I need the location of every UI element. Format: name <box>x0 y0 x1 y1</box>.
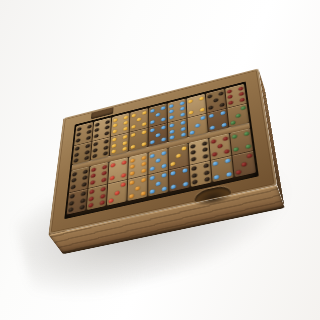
pip <box>227 95 232 99</box>
pip <box>220 111 225 116</box>
pip <box>227 89 232 93</box>
pip <box>218 91 223 95</box>
domino-tile <box>209 133 233 182</box>
pip <box>224 149 229 154</box>
pip <box>100 200 105 205</box>
pip <box>226 172 232 177</box>
pip <box>87 124 92 128</box>
pip <box>190 144 195 149</box>
pip <box>88 203 93 208</box>
domino-tile <box>225 84 249 127</box>
pip <box>200 116 205 121</box>
pip <box>112 137 117 142</box>
pip <box>209 114 214 119</box>
pip <box>192 173 197 178</box>
pip <box>169 123 174 128</box>
pip <box>189 110 194 115</box>
pip <box>170 161 175 166</box>
pip <box>75 147 80 152</box>
pip <box>103 151 108 156</box>
pip <box>141 155 146 160</box>
tile-half <box>127 174 147 201</box>
pip <box>156 158 161 163</box>
tile-half <box>148 148 168 174</box>
pip <box>150 166 155 171</box>
pip <box>121 173 126 178</box>
pip <box>210 126 215 131</box>
tile-half <box>187 113 207 138</box>
pip <box>87 130 92 134</box>
pip <box>130 171 135 176</box>
pip <box>241 106 246 111</box>
tile-half <box>230 128 253 154</box>
pip <box>241 162 247 167</box>
pip <box>150 176 155 181</box>
pip <box>170 129 175 134</box>
pip <box>244 131 250 136</box>
pip <box>101 177 106 182</box>
pip <box>115 190 120 195</box>
pip <box>176 154 181 159</box>
pip <box>142 110 146 114</box>
pip <box>150 189 155 194</box>
pip <box>233 147 239 152</box>
pip <box>72 172 77 177</box>
pip <box>156 181 161 186</box>
tile-half <box>168 143 188 169</box>
pip <box>82 175 87 180</box>
domino-tile <box>129 108 148 151</box>
domino-tile <box>87 162 109 210</box>
tile-half <box>211 155 234 182</box>
tile-half <box>227 103 249 128</box>
pip <box>180 112 185 117</box>
pip <box>161 106 166 110</box>
pip <box>122 147 127 152</box>
pip <box>162 187 167 192</box>
tile-half <box>207 108 228 133</box>
pip <box>82 182 87 187</box>
pip <box>161 151 166 156</box>
pip <box>182 168 187 173</box>
pip <box>235 113 240 118</box>
pip <box>112 129 117 133</box>
pip <box>195 123 200 128</box>
pip <box>123 126 128 130</box>
domino-tile <box>168 99 188 142</box>
pip <box>183 182 188 187</box>
pip <box>225 158 231 163</box>
pip <box>69 201 74 206</box>
domino-tile <box>187 94 208 137</box>
tile-half <box>189 138 210 164</box>
pip <box>156 113 161 117</box>
pip <box>101 187 106 192</box>
pip <box>181 133 186 138</box>
pip <box>161 125 166 130</box>
pip <box>245 144 251 149</box>
pip <box>76 132 81 136</box>
pip <box>131 133 136 138</box>
pip <box>207 94 212 98</box>
pip <box>182 146 187 151</box>
pip <box>150 128 155 133</box>
pip <box>180 107 185 111</box>
pip <box>93 142 98 147</box>
pip <box>141 191 146 196</box>
pip <box>100 194 105 199</box>
tile-half <box>209 133 231 159</box>
pip <box>89 189 94 194</box>
pip <box>202 141 207 146</box>
pip <box>131 113 136 117</box>
domino-tile <box>148 148 168 197</box>
pip <box>111 149 116 154</box>
pip <box>142 142 147 147</box>
pip <box>108 198 113 203</box>
pip <box>190 130 195 135</box>
pip <box>142 122 147 126</box>
domino-tile <box>168 143 189 192</box>
pip <box>130 158 135 163</box>
pip <box>217 144 222 149</box>
pip <box>232 134 237 139</box>
product-photo-stage <box>0 0 320 320</box>
pip <box>80 198 85 203</box>
domino-row-back <box>70 83 251 165</box>
pip <box>74 152 79 157</box>
pip <box>91 167 96 172</box>
pip <box>105 125 110 129</box>
pip <box>94 134 99 138</box>
pip <box>169 109 174 113</box>
pip <box>71 184 76 189</box>
pip <box>170 135 175 140</box>
pip <box>214 175 220 180</box>
pip <box>141 162 146 167</box>
pip <box>247 153 253 158</box>
pip <box>124 115 129 119</box>
pip <box>212 152 217 157</box>
pip <box>121 182 126 187</box>
pip <box>89 196 94 201</box>
pip <box>77 127 82 131</box>
domino-box <box>49 68 278 234</box>
pip <box>94 128 99 132</box>
pip <box>102 165 107 170</box>
pip <box>122 160 127 165</box>
tile-half <box>107 179 127 206</box>
pip <box>76 138 81 142</box>
pip <box>122 141 127 146</box>
pip <box>204 163 209 168</box>
pip <box>228 100 233 105</box>
pip <box>123 121 128 125</box>
pip <box>80 205 85 210</box>
domino-tile <box>67 166 90 214</box>
pip <box>156 133 161 138</box>
tile-half <box>69 166 89 192</box>
pip <box>191 150 196 155</box>
pip <box>141 178 146 183</box>
pip <box>191 157 196 162</box>
pip <box>200 107 205 112</box>
pip <box>110 175 115 180</box>
pip <box>239 92 244 96</box>
pip <box>223 136 228 141</box>
pip <box>85 144 90 149</box>
pip <box>129 194 134 199</box>
tile-half <box>67 188 88 215</box>
pip <box>135 186 140 191</box>
pip <box>70 194 75 199</box>
pip <box>191 166 196 171</box>
pip <box>71 178 76 183</box>
pip <box>112 143 117 148</box>
pip <box>238 86 243 90</box>
pip <box>91 174 96 179</box>
pip <box>162 173 167 178</box>
pip <box>104 131 109 135</box>
pip <box>141 168 146 173</box>
pip <box>150 108 154 112</box>
pip <box>170 171 175 176</box>
tile-half <box>108 157 128 183</box>
pip <box>204 170 209 175</box>
pip <box>199 96 204 100</box>
pip <box>92 154 97 159</box>
pip <box>203 154 208 159</box>
pip <box>236 170 242 175</box>
pip <box>181 127 186 132</box>
tile-half <box>148 169 168 196</box>
pip <box>204 177 209 182</box>
pip <box>150 140 155 145</box>
pip <box>123 135 128 140</box>
pip <box>113 123 118 127</box>
pip <box>188 99 193 103</box>
tile-half <box>168 117 188 141</box>
domino-tile <box>107 157 128 205</box>
domino-tile <box>91 117 111 160</box>
domino-tile <box>189 138 212 187</box>
pip <box>90 180 95 185</box>
tile-half <box>89 162 109 188</box>
pip <box>150 153 155 158</box>
pip <box>131 145 136 150</box>
pip <box>169 104 174 108</box>
tile-half <box>87 183 108 210</box>
pip <box>208 105 213 110</box>
pip <box>104 139 109 144</box>
domino-tile <box>127 153 147 202</box>
pip <box>169 115 174 119</box>
pip <box>181 121 186 126</box>
pip <box>81 191 86 196</box>
pip <box>85 150 90 155</box>
domino-tile <box>149 103 168 146</box>
pip <box>150 120 155 124</box>
pip <box>221 123 226 128</box>
pip <box>86 136 91 140</box>
pip <box>113 118 118 122</box>
pip <box>161 137 166 142</box>
perspective-container <box>0 0 320 320</box>
pip <box>213 98 218 102</box>
pip <box>162 163 167 168</box>
pip <box>213 161 218 166</box>
pip <box>230 121 235 126</box>
pip <box>104 145 109 150</box>
pip <box>105 120 110 124</box>
pip <box>161 117 166 121</box>
pip <box>93 148 98 153</box>
pip <box>95 122 100 126</box>
pip <box>131 124 136 128</box>
pip <box>74 158 79 163</box>
pip <box>211 139 216 144</box>
pip <box>130 164 135 169</box>
pip <box>180 101 185 105</box>
pip <box>220 102 225 107</box>
domino-tile <box>230 128 256 177</box>
tile-half <box>190 160 212 187</box>
tile-half <box>232 150 256 178</box>
pip <box>83 169 88 174</box>
pip <box>171 184 176 189</box>
domino-tile <box>110 113 130 156</box>
pip <box>192 180 197 185</box>
pip <box>84 156 89 161</box>
pip <box>137 117 142 121</box>
pip <box>240 97 245 102</box>
pip <box>110 163 115 168</box>
pip <box>129 180 134 185</box>
pip <box>68 207 73 212</box>
pip <box>202 147 207 152</box>
pip <box>102 171 107 176</box>
tile-half <box>169 165 190 192</box>
pip <box>142 130 147 135</box>
tile-half <box>128 153 147 179</box>
